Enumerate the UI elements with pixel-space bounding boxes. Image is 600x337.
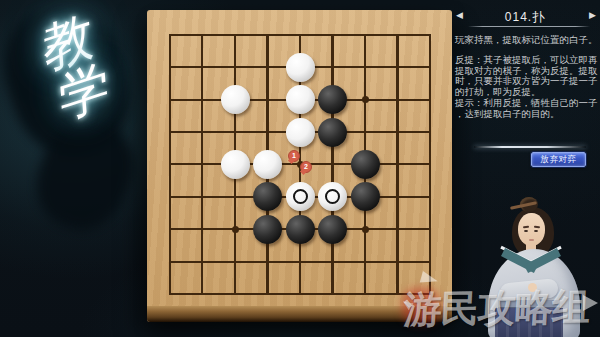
resign-button[interactable]: 放弃对弈 (531, 152, 586, 167)
npc-tutor-portrait (468, 197, 600, 337)
star-point (362, 226, 369, 233)
white-stone (221, 150, 250, 179)
tutorial-title: 014.扑 (462, 9, 588, 26)
npc-face (518, 213, 545, 246)
white-stone (286, 118, 315, 147)
hint-text: 提示：利用反提，牺牲自己的一子，达到提取白子的目的。 (455, 98, 599, 119)
marked-white-stone (286, 182, 315, 211)
title-underline (468, 26, 590, 27)
star-point (362, 96, 369, 103)
black-stone (253, 215, 282, 244)
star-point (232, 226, 239, 233)
white-stone (286, 53, 315, 82)
move-pin: 2 (300, 161, 312, 173)
black-stone (351, 150, 380, 179)
objective-text: 玩家持黑，提取标记位置的白子。 (455, 35, 599, 46)
npc-skirt (495, 308, 563, 337)
panel-divider (474, 146, 586, 148)
go-board[interactable]: 12 (147, 10, 452, 322)
white-stone (286, 85, 315, 114)
white-stone (253, 150, 282, 179)
black-stone (286, 215, 315, 244)
next-tutorial-button[interactable]: ▶ (589, 10, 596, 20)
rule-text: 反提：其子被提取后，可以立即再提取对方的棋子，称为反提。提取时，只要并非双方皆为… (455, 55, 599, 98)
black-stone (318, 215, 347, 244)
white-stone (221, 85, 250, 114)
black-stone (351, 182, 380, 211)
move-pin: 1 (288, 150, 300, 162)
black-stone (318, 118, 347, 147)
